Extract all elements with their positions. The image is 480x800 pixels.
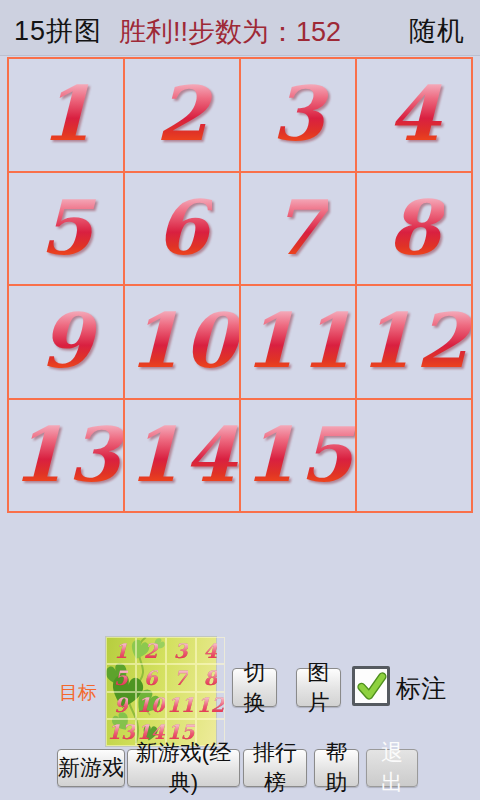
tile-7[interactable]: 7 <box>241 173 355 285</box>
empty-cell <box>357 400 471 512</box>
tile-number: 13 <box>12 418 123 493</box>
tile-number: 11 <box>244 304 355 379</box>
preview-tile-number: 12 <box>197 695 225 715</box>
preview-tile-number: 1 <box>114 641 128 661</box>
annotate-checkbox[interactable] <box>352 666 390 706</box>
tile-1[interactable]: 1 <box>9 59 123 171</box>
puzzle-board: 123456789101112131415 <box>7 57 473 513</box>
tile-8[interactable]: 8 <box>357 173 471 285</box>
tile-number: 4 <box>388 77 444 152</box>
preview-tile-3: 3 <box>166 637 196 664</box>
preview-tile-5: 5 <box>106 664 136 691</box>
preview-tile-number: 11 <box>167 695 195 715</box>
preview-tile-number: 5 <box>114 668 128 688</box>
app-title: 15拼图 <box>14 13 102 49</box>
annotate-label: 标注 <box>396 672 446 705</box>
tile-number: 2 <box>156 77 212 152</box>
tile-number: 9 <box>40 304 96 379</box>
tile-3[interactable]: 3 <box>241 59 355 171</box>
preview-tile-number: 9 <box>114 695 128 715</box>
preview-tile-8: 8 <box>196 664 226 691</box>
preview-tile-10: 10 <box>136 692 166 719</box>
tile-4[interactable]: 4 <box>357 59 471 171</box>
target-label: 目标 <box>59 680 97 706</box>
tile-number: 8 <box>388 191 444 266</box>
preview-tile-2: 2 <box>136 637 166 664</box>
tile-number: 15 <box>244 418 355 493</box>
preview-tile-1: 1 <box>106 637 136 664</box>
tile-15[interactable]: 15 <box>241 400 355 512</box>
tile-number: 6 <box>156 191 212 266</box>
target-preview-grid: 123456789101112131415 <box>106 637 216 746</box>
switch-button[interactable]: 切换 <box>232 668 277 707</box>
tile-12[interactable]: 12 <box>357 286 471 398</box>
new-game-button[interactable]: 新游戏 <box>57 749 125 787</box>
exit-button[interactable]: 退 出 <box>366 749 418 787</box>
preview-tile-number: 8 <box>203 668 217 688</box>
preview-tile-number: 6 <box>144 668 158 688</box>
help-button[interactable]: 帮助 <box>314 749 359 787</box>
preview-tile-number: 4 <box>203 641 217 661</box>
tile-11[interactable]: 11 <box>241 286 355 398</box>
tile-9[interactable]: 9 <box>9 286 123 398</box>
tile-number: 14 <box>128 418 239 493</box>
tile-14[interactable]: 14 <box>125 400 239 512</box>
preview-tile-7: 7 <box>166 664 196 691</box>
new-game-classic-button[interactable]: 新游戏(经典) <box>127 749 240 787</box>
leaderboard-button[interactable]: 排行榜 <box>243 749 307 787</box>
preview-tile-11: 11 <box>166 692 196 719</box>
preview-tile-12: 12 <box>196 692 226 719</box>
top-bar: 15拼图 胜利!!步数为：152 随机 <box>0 0 480 56</box>
tile-2[interactable]: 2 <box>125 59 239 171</box>
tile-number: 3 <box>272 77 328 152</box>
tile-6[interactable]: 6 <box>125 173 239 285</box>
tile-number: 7 <box>272 191 328 266</box>
preview-tile-number: 2 <box>144 641 158 661</box>
victory-status-text: 胜利!!步数为：152 <box>119 14 341 50</box>
tile-13[interactable]: 13 <box>9 400 123 512</box>
preview-tile-number: 3 <box>174 641 188 661</box>
random-shuffle-button[interactable]: 随机 <box>409 13 465 49</box>
preview-tile-number: 10 <box>137 695 165 715</box>
tile-10[interactable]: 10 <box>125 286 239 398</box>
preview-tile-4: 4 <box>196 637 226 664</box>
picture-button[interactable]: 图片 <box>296 668 341 707</box>
tile-5[interactable]: 5 <box>9 173 123 285</box>
tile-number: 1 <box>40 77 96 152</box>
tile-number: 12 <box>360 304 471 379</box>
preview-tile-6: 6 <box>136 664 166 691</box>
tile-number: 5 <box>40 191 96 266</box>
target-preview-image: 123456789101112131415 <box>106 637 216 746</box>
preview-tile-number: 7 <box>174 668 188 688</box>
app-screen: 15拼图 胜利!!步数为：152 随机 12345678910111213141… <box>0 0 480 800</box>
tile-number: 10 <box>128 304 239 379</box>
checkmark-icon <box>355 669 387 703</box>
preview-tile-9: 9 <box>106 692 136 719</box>
